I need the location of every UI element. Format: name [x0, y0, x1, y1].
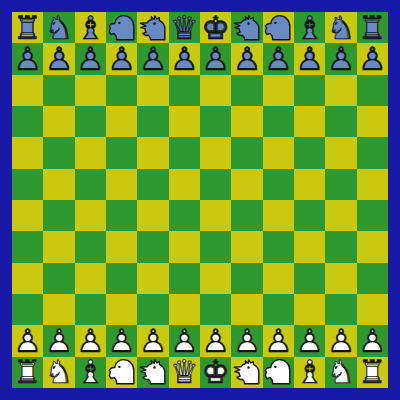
piece-white-bishop[interactable]: ♝♗ — [294, 357, 325, 388]
square-b8[interactable] — [43, 137, 74, 168]
piece-glyph-outline: ♙ — [357, 43, 388, 74]
square-l1[interactable]: ♜♖ — [357, 357, 388, 388]
square-l3[interactable] — [357, 294, 388, 325]
piece-glyph-outline: ♖ — [12, 357, 43, 388]
piece-glyph-outline: ♙ — [75, 43, 106, 74]
falcon-head-icon — [263, 13, 293, 43]
piece-white-falcon[interactable] — [263, 357, 294, 388]
piece-glyph-fill: ♛ — [169, 12, 200, 43]
square-c3[interactable] — [75, 294, 106, 325]
square-e1[interactable] — [137, 357, 168, 388]
piece-glyph-outline: ♙ — [137, 325, 168, 356]
piece-glyph-fill: ♟ — [75, 43, 106, 74]
square-i7[interactable] — [263, 169, 294, 200]
square-l11[interactable]: ♟♙ — [357, 43, 388, 74]
square-l10[interactable] — [357, 75, 388, 106]
piece-glyph-fill: ♟ — [357, 43, 388, 74]
square-e6[interactable] — [137, 200, 168, 231]
square-l6[interactable] — [357, 200, 388, 231]
square-e3[interactable] — [137, 294, 168, 325]
piece-glyph-fill: ♟ — [325, 325, 356, 356]
square-a4[interactable] — [12, 263, 43, 294]
square-d10[interactable] — [106, 75, 137, 106]
piece-glyph-outline: ♖ — [12, 12, 43, 43]
square-b10[interactable] — [43, 75, 74, 106]
dragon-head-icon — [138, 13, 168, 43]
square-f3[interactable] — [169, 294, 200, 325]
piece-glyph-outline: ♙ — [43, 43, 74, 74]
square-f12[interactable]: ♛♕ — [169, 12, 200, 43]
square-e11[interactable]: ♟♙ — [137, 43, 168, 74]
piece-white-pawn[interactable]: ♟♙ — [263, 325, 294, 356]
piece-black-pawn[interactable]: ♟♙ — [325, 43, 356, 74]
piece-black-queen[interactable]: ♛♕ — [169, 12, 200, 43]
square-d5[interactable] — [106, 231, 137, 262]
square-i8[interactable] — [263, 137, 294, 168]
piece-glyph-fill: ♚ — [200, 12, 231, 43]
square-c11[interactable]: ♟♙ — [75, 43, 106, 74]
square-h1[interactable] — [231, 357, 262, 388]
square-g10[interactable] — [200, 75, 231, 106]
piece-black-pawn[interactable]: ♟♙ — [137, 43, 168, 74]
square-f6[interactable] — [169, 200, 200, 231]
square-b12[interactable]: ♞♘ — [43, 12, 74, 43]
piece-glyph-fill: ♟ — [294, 43, 325, 74]
piece-glyph-fill: ♟ — [325, 43, 356, 74]
square-d4[interactable] — [106, 263, 137, 294]
square-e7[interactable] — [137, 169, 168, 200]
piece-glyph-fill: ♟ — [43, 325, 74, 356]
falcon-head-icon — [107, 357, 137, 387]
square-b1[interactable]: ♞♘ — [43, 357, 74, 388]
square-e12[interactable] — [137, 12, 168, 43]
piece-glyph-outline: ♘ — [325, 357, 356, 388]
square-j7[interactable] — [294, 169, 325, 200]
square-b2[interactable]: ♟♙ — [43, 325, 74, 356]
piece-glyph-fill: ♝ — [75, 357, 106, 388]
piece-glyph-fill: ♟ — [137, 43, 168, 74]
square-g6[interactable] — [200, 200, 231, 231]
piece-glyph-outline: ♙ — [12, 43, 43, 74]
board-grid: ♜♖♞♘♝♗♛♕♚♔♝♗♞♘♜♖♟♙♟♙♟♙♟♙♟♙♟♙♟♙♟♙♟♙♟♙♟♙♟♙… — [12, 12, 388, 388]
square-h11[interactable]: ♟♙ — [231, 43, 262, 74]
piece-glyph-fill: ♟ — [169, 43, 200, 74]
square-i2[interactable]: ♟♙ — [263, 325, 294, 356]
piece-white-pawn[interactable]: ♟♙ — [169, 325, 200, 356]
piece-glyph-outline: ♘ — [43, 357, 74, 388]
piece-glyph-outline: ♙ — [106, 325, 137, 356]
square-e4[interactable] — [137, 263, 168, 294]
piece-white-pawn[interactable]: ♟♙ — [106, 325, 137, 356]
piece-glyph-fill: ♟ — [200, 43, 231, 74]
square-i4[interactable] — [263, 263, 294, 294]
piece-glyph-fill: ♟ — [106, 43, 137, 74]
square-j1[interactable]: ♝♗ — [294, 357, 325, 388]
piece-glyph-fill: ♟ — [43, 43, 74, 74]
piece-white-rook[interactable]: ♜♖ — [12, 357, 43, 388]
piece-glyph-fill: ♝ — [294, 12, 325, 43]
piece-glyph-outline: ♙ — [137, 43, 168, 74]
square-b6[interactable] — [43, 200, 74, 231]
square-j6[interactable] — [294, 200, 325, 231]
piece-glyph-outline: ♙ — [169, 325, 200, 356]
piece-white-pawn[interactable]: ♟♙ — [294, 325, 325, 356]
square-a9[interactable] — [12, 106, 43, 137]
square-f5[interactable] — [169, 231, 200, 262]
square-d11[interactable]: ♟♙ — [106, 43, 137, 74]
piece-glyph-outline: ♘ — [325, 12, 356, 43]
piece-glyph-outline: ♖ — [357, 357, 388, 388]
piece-glyph-fill: ♜ — [12, 12, 43, 43]
piece-glyph-outline: ♘ — [43, 12, 74, 43]
piece-glyph-outline: ♙ — [325, 325, 356, 356]
piece-glyph-fill: ♜ — [357, 12, 388, 43]
square-j10[interactable] — [294, 75, 325, 106]
piece-white-pawn[interactable]: ♟♙ — [137, 325, 168, 356]
piece-glyph-fill: ♝ — [75, 12, 106, 43]
piece-glyph-fill: ♟ — [357, 325, 388, 356]
square-c12[interactable]: ♝♗ — [75, 12, 106, 43]
square-h2[interactable]: ♟♙ — [231, 325, 262, 356]
square-g7[interactable] — [200, 169, 231, 200]
piece-black-pawn[interactable]: ♟♙ — [200, 43, 231, 74]
piece-glyph-outline: ♕ — [169, 357, 200, 388]
square-h8[interactable] — [231, 137, 262, 168]
square-j8[interactable] — [294, 137, 325, 168]
piece-glyph-fill: ♛ — [169, 357, 200, 388]
square-l9[interactable] — [357, 106, 388, 137]
square-g9[interactable] — [200, 106, 231, 137]
piece-black-bishop[interactable]: ♝♗ — [294, 12, 325, 43]
piece-glyph-outline: ♗ — [294, 12, 325, 43]
square-i5[interactable] — [263, 231, 294, 262]
dragon-head-icon — [138, 357, 168, 387]
square-l4[interactable] — [357, 263, 388, 294]
square-e2[interactable]: ♟♙ — [137, 325, 168, 356]
square-h10[interactable] — [231, 75, 262, 106]
piece-glyph-outline: ♙ — [75, 325, 106, 356]
square-g3[interactable] — [200, 294, 231, 325]
piece-glyph-outline: ♙ — [200, 325, 231, 356]
piece-glyph-outline: ♙ — [294, 325, 325, 356]
square-k11[interactable]: ♟♙ — [325, 43, 356, 74]
piece-glyph-outline: ♗ — [294, 357, 325, 388]
square-b4[interactable] — [43, 263, 74, 294]
piece-glyph-outline: ♙ — [263, 43, 294, 74]
square-e5[interactable] — [137, 231, 168, 262]
square-c6[interactable] — [75, 200, 106, 231]
piece-white-pawn[interactable]: ♟♙ — [200, 325, 231, 356]
piece-glyph-outline: ♙ — [106, 43, 137, 74]
square-j2[interactable]: ♟♙ — [294, 325, 325, 356]
square-d9[interactable] — [106, 106, 137, 137]
piece-glyph-outline: ♔ — [200, 12, 231, 43]
square-d12[interactable] — [106, 12, 137, 43]
square-d6[interactable] — [106, 200, 137, 231]
square-k6[interactable] — [325, 200, 356, 231]
piece-black-pawn[interactable]: ♟♙ — [263, 43, 294, 74]
piece-black-pawn[interactable]: ♟♙ — [75, 43, 106, 74]
piece-glyph-fill: ♞ — [325, 12, 356, 43]
piece-glyph-fill: ♟ — [12, 43, 43, 74]
piece-black-dragon[interactable] — [137, 12, 168, 43]
square-c10[interactable] — [75, 75, 106, 106]
piece-glyph-outline: ♙ — [231, 325, 262, 356]
piece-black-knight[interactable]: ♞♘ — [43, 12, 74, 43]
square-b5[interactable] — [43, 231, 74, 262]
square-d7[interactable] — [106, 169, 137, 200]
square-h5[interactable] — [231, 231, 262, 262]
piece-glyph-outline: ♗ — [75, 12, 106, 43]
square-d2[interactable]: ♟♙ — [106, 325, 137, 356]
square-l7[interactable] — [357, 169, 388, 200]
square-f10[interactable] — [169, 75, 200, 106]
piece-black-rook[interactable]: ♜♖ — [357, 12, 388, 43]
piece-white-king[interactable]: ♚♔ — [200, 357, 231, 388]
square-h9[interactable] — [231, 106, 262, 137]
piece-glyph-fill: ♞ — [43, 357, 74, 388]
square-h4[interactable] — [231, 263, 262, 294]
square-k4[interactable] — [325, 263, 356, 294]
square-f11[interactable]: ♟♙ — [169, 43, 200, 74]
piece-glyph-fill: ♞ — [325, 357, 356, 388]
piece-white-pawn[interactable]: ♟♙ — [325, 325, 356, 356]
piece-glyph-fill: ♚ — [200, 357, 231, 388]
square-e9[interactable] — [137, 106, 168, 137]
falcon-head-icon — [107, 13, 137, 43]
square-i1[interactable] — [263, 357, 294, 388]
piece-glyph-fill: ♟ — [200, 325, 231, 356]
square-a6[interactable] — [12, 200, 43, 231]
piece-white-pawn[interactable]: ♟♙ — [357, 325, 388, 356]
square-k2[interactable]: ♟♙ — [325, 325, 356, 356]
piece-glyph-outline: ♙ — [294, 43, 325, 74]
piece-glyph-fill: ♟ — [106, 325, 137, 356]
square-i9[interactable] — [263, 106, 294, 137]
piece-glyph-fill: ♟ — [12, 325, 43, 356]
piece-white-dragon[interactable] — [231, 357, 262, 388]
piece-glyph-outline: ♙ — [263, 325, 294, 356]
square-i10[interactable] — [263, 75, 294, 106]
piece-white-queen[interactable]: ♛♕ — [169, 357, 200, 388]
square-l8[interactable] — [357, 137, 388, 168]
piece-white-pawn[interactable]: ♟♙ — [12, 325, 43, 356]
square-c9[interactable] — [75, 106, 106, 137]
piece-glyph-fill: ♟ — [75, 325, 106, 356]
square-b3[interactable] — [43, 294, 74, 325]
piece-glyph-fill: ♟ — [169, 325, 200, 356]
piece-glyph-outline: ♕ — [169, 12, 200, 43]
square-c2[interactable]: ♟♙ — [75, 325, 106, 356]
square-b7[interactable] — [43, 169, 74, 200]
square-i6[interactable] — [263, 200, 294, 231]
piece-glyph-outline: ♔ — [200, 357, 231, 388]
square-e8[interactable] — [137, 137, 168, 168]
piece-glyph-fill: ♟ — [137, 325, 168, 356]
piece-glyph-outline: ♙ — [43, 325, 74, 356]
piece-glyph-outline: ♙ — [169, 43, 200, 74]
square-a5[interactable] — [12, 231, 43, 262]
square-l12[interactable]: ♜♖ — [357, 12, 388, 43]
square-f9[interactable] — [169, 106, 200, 137]
square-g5[interactable] — [200, 231, 231, 262]
piece-black-bishop[interactable]: ♝♗ — [75, 12, 106, 43]
square-g12[interactable]: ♚♔ — [200, 12, 231, 43]
piece-black-rook[interactable]: ♜♖ — [12, 12, 43, 43]
piece-glyph-fill: ♟ — [263, 325, 294, 356]
square-c7[interactable] — [75, 169, 106, 200]
piece-glyph-outline: ♗ — [75, 357, 106, 388]
square-h3[interactable] — [231, 294, 262, 325]
square-l2[interactable]: ♟♙ — [357, 325, 388, 356]
square-a11[interactable]: ♟♙ — [12, 43, 43, 74]
square-f1[interactable]: ♛♕ — [169, 357, 200, 388]
square-l5[interactable] — [357, 231, 388, 262]
square-g4[interactable] — [200, 263, 231, 294]
piece-black-pawn[interactable]: ♟♙ — [357, 43, 388, 74]
square-i11[interactable]: ♟♙ — [263, 43, 294, 74]
square-f7[interactable] — [169, 169, 200, 200]
piece-black-pawn[interactable]: ♟♙ — [43, 43, 74, 74]
square-g8[interactable] — [200, 137, 231, 168]
dragon-head-icon — [232, 357, 262, 387]
piece-glyph-fill: ♟ — [263, 43, 294, 74]
square-a3[interactable] — [12, 294, 43, 325]
square-d8[interactable] — [106, 137, 137, 168]
piece-black-pawn[interactable]: ♟♙ — [169, 43, 200, 74]
square-a10[interactable] — [12, 75, 43, 106]
piece-black-dragon[interactable] — [231, 12, 262, 43]
square-e10[interactable] — [137, 75, 168, 106]
piece-white-bishop[interactable]: ♝♗ — [75, 357, 106, 388]
piece-glyph-outline: ♙ — [231, 43, 262, 74]
piece-glyph-outline: ♙ — [12, 325, 43, 356]
square-b9[interactable] — [43, 106, 74, 137]
square-k1[interactable]: ♞♘ — [325, 357, 356, 388]
square-h6[interactable] — [231, 200, 262, 231]
square-k9[interactable] — [325, 106, 356, 137]
square-k12[interactable]: ♞♘ — [325, 12, 356, 43]
piece-glyph-fill: ♞ — [43, 12, 74, 43]
square-h7[interactable] — [231, 169, 262, 200]
square-a7[interactable] — [12, 169, 43, 200]
square-a2[interactable]: ♟♙ — [12, 325, 43, 356]
piece-black-king[interactable]: ♚♔ — [200, 12, 231, 43]
piece-white-rook[interactable]: ♜♖ — [357, 357, 388, 388]
piece-glyph-outline: ♖ — [357, 12, 388, 43]
square-c1[interactable]: ♝♗ — [75, 357, 106, 388]
piece-glyph-fill: ♟ — [231, 43, 262, 74]
square-g11[interactable]: ♟♙ — [200, 43, 231, 74]
square-k5[interactable] — [325, 231, 356, 262]
piece-black-falcon[interactable] — [106, 12, 137, 43]
square-g2[interactable]: ♟♙ — [200, 325, 231, 356]
piece-black-pawn[interactable]: ♟♙ — [12, 43, 43, 74]
square-f2[interactable]: ♟♙ — [169, 325, 200, 356]
piece-glyph-fill: ♝ — [294, 357, 325, 388]
square-k8[interactable] — [325, 137, 356, 168]
square-j4[interactable] — [294, 263, 325, 294]
square-i3[interactable] — [263, 294, 294, 325]
square-j11[interactable]: ♟♙ — [294, 43, 325, 74]
dragon-head-icon — [232, 13, 262, 43]
square-j5[interactable] — [294, 231, 325, 262]
piece-white-dragon[interactable] — [137, 357, 168, 388]
piece-glyph-fill: ♜ — [357, 357, 388, 388]
piece-black-pawn[interactable]: ♟♙ — [231, 43, 262, 74]
square-b11[interactable]: ♟♙ — [43, 43, 74, 74]
piece-white-falcon[interactable] — [106, 357, 137, 388]
piece-black-pawn[interactable]: ♟♙ — [106, 43, 137, 74]
square-j9[interactable] — [294, 106, 325, 137]
piece-white-pawn[interactable]: ♟♙ — [75, 325, 106, 356]
piece-white-pawn[interactable]: ♟♙ — [43, 325, 74, 356]
square-f8[interactable] — [169, 137, 200, 168]
piece-glyph-outline: ♙ — [325, 43, 356, 74]
piece-glyph-outline: ♙ — [357, 325, 388, 356]
square-d1[interactable] — [106, 357, 137, 388]
piece-glyph-fill: ♟ — [294, 325, 325, 356]
square-j12[interactable]: ♝♗ — [294, 12, 325, 43]
piece-white-pawn[interactable]: ♟♙ — [231, 325, 262, 356]
square-k3[interactable] — [325, 294, 356, 325]
piece-black-falcon[interactable] — [263, 12, 294, 43]
square-k7[interactable] — [325, 169, 356, 200]
piece-glyph-fill: ♜ — [12, 357, 43, 388]
board-frame: ♜♖♞♘♝♗♛♕♚♔♝♗♞♘♜♖♟♙♟♙♟♙♟♙♟♙♟♙♟♙♟♙♟♙♟♙♟♙♟♙… — [0, 0, 400, 400]
square-f4[interactable] — [169, 263, 200, 294]
piece-black-knight[interactable]: ♞♘ — [325, 12, 356, 43]
falcon-head-icon — [263, 357, 293, 387]
square-k10[interactable] — [325, 75, 356, 106]
square-a1[interactable]: ♜♖ — [12, 357, 43, 388]
piece-glyph-outline: ♙ — [200, 43, 231, 74]
piece-white-knight[interactable]: ♞♘ — [325, 357, 356, 388]
square-j3[interactable] — [294, 294, 325, 325]
square-c8[interactable] — [75, 137, 106, 168]
square-a8[interactable] — [12, 137, 43, 168]
square-i12[interactable] — [263, 12, 294, 43]
square-a12[interactable]: ♜♖ — [12, 12, 43, 43]
piece-glyph-fill: ♟ — [231, 325, 262, 356]
square-g1[interactable]: ♚♔ — [200, 357, 231, 388]
square-c5[interactable] — [75, 231, 106, 262]
square-c4[interactable] — [75, 263, 106, 294]
square-h12[interactable] — [231, 12, 262, 43]
piece-black-pawn[interactable]: ♟♙ — [294, 43, 325, 74]
square-d3[interactable] — [106, 294, 137, 325]
piece-white-knight[interactable]: ♞♘ — [43, 357, 74, 388]
